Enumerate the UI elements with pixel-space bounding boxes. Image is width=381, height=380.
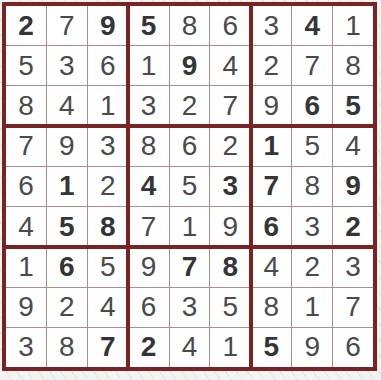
sudoku-cell-r6c4[interactable]: 7: [129, 207, 169, 246]
sudoku-cell-r6c9[interactable]: 2: [333, 207, 373, 246]
sudoku-cell-r3c3[interactable]: 1: [88, 86, 128, 125]
sudoku-cell-r7c6[interactable]: 8: [210, 247, 250, 286]
sudoku-cell-r2c6[interactable]: 4: [210, 46, 250, 85]
sudoku-cell-r8c6[interactable]: 5: [210, 288, 250, 327]
sudoku-cell-r1c7[interactable]: 3: [251, 6, 291, 45]
sudoku-cell-r3c5[interactable]: 2: [170, 86, 210, 125]
sudoku-cell-r3c9[interactable]: 5: [333, 86, 373, 125]
sudoku-cell-r9c3[interactable]: 7: [88, 328, 128, 367]
sudoku-cell-r4c1[interactable]: 7: [6, 127, 46, 166]
sudoku-cell-r9c2[interactable]: 8: [47, 328, 87, 367]
sudoku-cell-r2c1[interactable]: 5: [6, 46, 46, 85]
sudoku-cell-r3c1[interactable]: 8: [6, 86, 46, 125]
sudoku-cell-r6c5[interactable]: 1: [170, 207, 210, 246]
sudoku-cell-r5c8[interactable]: 8: [292, 167, 332, 206]
sudoku-cell-r9c1[interactable]: 3: [6, 328, 46, 367]
sudoku-cell-r7c1[interactable]: 1: [6, 247, 46, 286]
sudoku-cell-r7c9[interactable]: 3: [333, 247, 373, 286]
sudoku-cell-r7c3[interactable]: 5: [88, 247, 128, 286]
sudoku-cell-r9c6[interactable]: 1: [210, 328, 250, 367]
sudoku-cell-r1c5[interactable]: 8: [170, 6, 210, 45]
sudoku-cell-r4c5[interactable]: 6: [170, 127, 210, 166]
sudoku-cell-r6c1[interactable]: 4: [6, 207, 46, 246]
sudoku-cell-r4c3[interactable]: 3: [88, 127, 128, 166]
sudoku-cell-r8c3[interactable]: 4: [88, 288, 128, 327]
sudoku-cell-r1c4[interactable]: 5: [129, 6, 169, 45]
sudoku-cell-r9c5[interactable]: 4: [170, 328, 210, 367]
sudoku-cell-r2c4[interactable]: 1: [129, 46, 169, 85]
sudoku-cell-r6c6[interactable]: 9: [210, 207, 250, 246]
sudoku-cell-r6c8[interactable]: 3: [292, 207, 332, 246]
sudoku-cell-r4c4[interactable]: 8: [129, 127, 169, 166]
sudoku-cell-r5c3[interactable]: 2: [88, 167, 128, 206]
sudoku-cell-r7c5[interactable]: 7: [170, 247, 210, 286]
sudoku-cell-r3c7[interactable]: 9: [251, 86, 291, 125]
sudoku-grid: 2795863415361942788413279657938621546124…: [6, 6, 373, 367]
sudoku-cell-r3c8[interactable]: 6: [292, 86, 332, 125]
sudoku-cell-r2c8[interactable]: 7: [292, 46, 332, 85]
sudoku-cell-r5c7[interactable]: 7: [251, 167, 291, 206]
sudoku-cell-r3c4[interactable]: 3: [129, 86, 169, 125]
sudoku-cell-r1c2[interactable]: 7: [47, 6, 87, 45]
sudoku-cell-r1c1[interactable]: 2: [6, 6, 46, 45]
sudoku-cell-r7c2[interactable]: 6: [47, 247, 87, 286]
sudoku-cell-r6c7[interactable]: 6: [251, 207, 291, 246]
sudoku-cell-r2c2[interactable]: 3: [47, 46, 87, 85]
sudoku-cell-r4c2[interactable]: 9: [47, 127, 87, 166]
sudoku-cell-r8c4[interactable]: 6: [129, 288, 169, 327]
sudoku-cell-r9c4[interactable]: 2: [129, 328, 169, 367]
sudoku-cell-r8c1[interactable]: 9: [6, 288, 46, 327]
sudoku-cell-r8c8[interactable]: 1: [292, 288, 332, 327]
sudoku-cell-r8c2[interactable]: 2: [47, 288, 87, 327]
sudoku-cell-r5c5[interactable]: 5: [170, 167, 210, 206]
sudoku-cell-r9c9[interactable]: 6: [333, 328, 373, 367]
sudoku-cell-r5c4[interactable]: 4: [129, 167, 169, 206]
sudoku-cell-r2c5[interactable]: 9: [170, 46, 210, 85]
sudoku-cell-r8c9[interactable]: 7: [333, 288, 373, 327]
sudoku-board: 2795863415361942788413279657938621546124…: [2, 2, 377, 371]
sudoku-cell-r8c5[interactable]: 3: [170, 288, 210, 327]
sudoku-cell-r2c3[interactable]: 6: [88, 46, 128, 85]
sudoku-cell-r4c8[interactable]: 5: [292, 127, 332, 166]
sudoku-cell-r1c9[interactable]: 1: [333, 6, 373, 45]
sudoku-cell-r3c6[interactable]: 7: [210, 86, 250, 125]
sudoku-cell-r4c6[interactable]: 2: [210, 127, 250, 166]
sudoku-cell-r3c2[interactable]: 4: [47, 86, 87, 125]
sudoku-cell-r1c3[interactable]: 9: [88, 6, 128, 45]
sudoku-cell-r7c7[interactable]: 4: [251, 247, 291, 286]
sudoku-cell-r5c9[interactable]: 9: [333, 167, 373, 206]
sudoku-cell-r6c3[interactable]: 8: [88, 207, 128, 246]
sudoku-cell-r2c7[interactable]: 2: [251, 46, 291, 85]
sudoku-cell-r4c7[interactable]: 1: [251, 127, 291, 166]
sudoku-cell-r8c7[interactable]: 8: [251, 288, 291, 327]
sudoku-cell-r7c8[interactable]: 2: [292, 247, 332, 286]
sudoku-cell-r9c7[interactable]: 5: [251, 328, 291, 367]
sudoku-cell-r6c2[interactable]: 5: [47, 207, 87, 246]
sudoku-cell-r1c6[interactable]: 6: [210, 6, 250, 45]
sudoku-cell-r5c1[interactable]: 6: [6, 167, 46, 206]
sudoku-cell-r2c9[interactable]: 8: [333, 46, 373, 85]
sudoku-cell-r9c8[interactable]: 9: [292, 328, 332, 367]
sudoku-cell-r7c4[interactable]: 9: [129, 247, 169, 286]
sudoku-cell-r1c8[interactable]: 4: [292, 6, 332, 45]
sudoku-cell-r5c6[interactable]: 3: [210, 167, 250, 206]
sudoku-cell-r5c2[interactable]: 1: [47, 167, 87, 206]
sudoku-cell-r4c9[interactable]: 4: [333, 127, 373, 166]
